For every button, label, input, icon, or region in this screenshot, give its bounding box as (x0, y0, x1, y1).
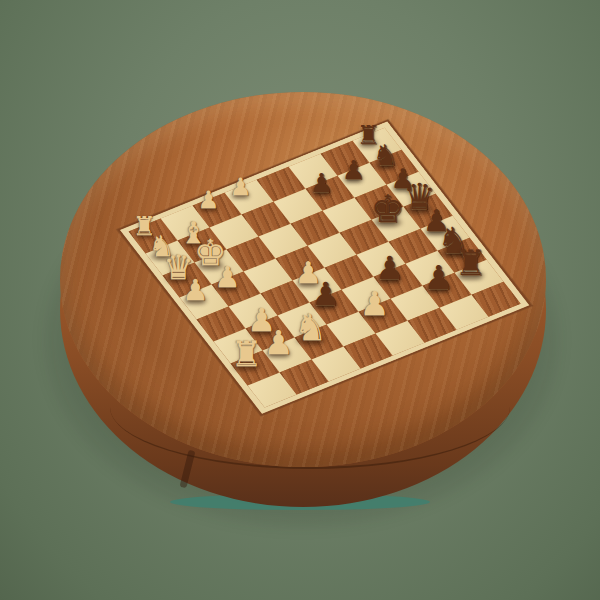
piece-white-pawn-b7[interactable]: ♟ (264, 325, 294, 358)
piece-white-pawn-e7[interactable]: ♟ (360, 286, 390, 319)
piece-black-pawn-f2[interactable]: ♟ (310, 169, 333, 195)
piece-black-rook-h7[interactable]: ♜ (455, 245, 486, 280)
piece-black-king-g4[interactable]: ♚ (370, 190, 404, 228)
piece-black-pawn-f6[interactable]: ♟ (375, 252, 404, 284)
photo-scene: ♜♟♟♞♝♛♚♟♟♟♟♜♟♞♟♜♟♟♞♟♚♛♟♟♟♞♟♜ (0, 0, 600, 600)
piece-white-rook-a7[interactable]: ♜ (231, 336, 262, 371)
piece-black-pawn-g2[interactable]: ♟ (342, 156, 365, 182)
piece-black-pawn-g7[interactable]: ♟ (424, 260, 454, 293)
piece-white-pawn-a4[interactable]: ♟ (183, 276, 209, 305)
piece-white-pawn-d1[interactable]: ♟ (230, 175, 252, 199)
piece-white-pawn-b4[interactable]: ♟ (215, 263, 241, 292)
piece-white-pawn-c1[interactable]: ♟ (198, 188, 220, 212)
piece-white-knight-c7[interactable]: ♞ (294, 309, 327, 346)
